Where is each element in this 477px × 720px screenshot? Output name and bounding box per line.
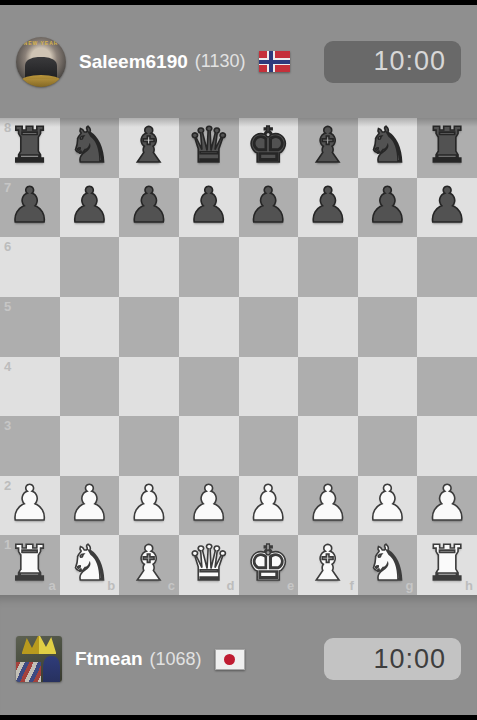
bottom-player-rating: (1068) bbox=[150, 649, 202, 670]
square-g7[interactable]: ♟ bbox=[358, 178, 418, 238]
square-f5[interactable] bbox=[298, 297, 358, 357]
square-f7[interactable]: ♟ bbox=[298, 178, 358, 238]
black-queen-d8: ♛ bbox=[187, 121, 231, 170]
square-a7[interactable]: 7♟ bbox=[0, 178, 60, 238]
square-h2[interactable]: ♟ bbox=[417, 476, 477, 536]
square-h6[interactable] bbox=[417, 237, 477, 297]
square-e2[interactable]: ♟ bbox=[239, 476, 299, 536]
square-g5[interactable] bbox=[358, 297, 418, 357]
square-e6[interactable] bbox=[239, 237, 299, 297]
square-a2[interactable]: 2♟ bbox=[0, 476, 60, 536]
square-c3[interactable] bbox=[119, 416, 179, 476]
white-queen-d1: ♛ bbox=[187, 539, 231, 588]
black-knight-g8: ♞ bbox=[366, 121, 410, 170]
square-b7[interactable]: ♟ bbox=[60, 178, 120, 238]
square-b6[interactable] bbox=[60, 237, 120, 297]
square-f8[interactable]: ♝ bbox=[298, 118, 358, 178]
norway-flag-icon bbox=[259, 51, 290, 72]
letterbox-bottom-bar bbox=[0, 715, 477, 720]
square-h4[interactable] bbox=[417, 357, 477, 417]
square-d7[interactable]: ♟ bbox=[179, 178, 239, 238]
square-b3[interactable] bbox=[60, 416, 120, 476]
black-pawn-f7: ♟ bbox=[306, 181, 350, 230]
bottom-player-name: Ftmean bbox=[75, 648, 143, 670]
square-h7[interactable]: ♟ bbox=[417, 178, 477, 238]
square-e1[interactable]: e♚ bbox=[239, 535, 299, 595]
square-c4[interactable] bbox=[119, 357, 179, 417]
top-player-name: Saleem6190 bbox=[79, 51, 188, 73]
square-d2[interactable]: ♟ bbox=[179, 476, 239, 536]
white-king-e1: ♚ bbox=[246, 539, 290, 588]
square-h8[interactable]: ♜ bbox=[417, 118, 477, 178]
letterbox-top-bar bbox=[0, 0, 477, 5]
square-c1[interactable]: c♝ bbox=[119, 535, 179, 595]
square-b1[interactable]: b♞ bbox=[60, 535, 120, 595]
white-rook-a1: ♜ bbox=[8, 539, 52, 588]
black-knight-b8: ♞ bbox=[67, 121, 111, 170]
top-player-clock: 10:00 bbox=[324, 41, 461, 83]
black-pawn-h7: ♟ bbox=[425, 181, 469, 230]
avatar-gold-decoration bbox=[21, 75, 61, 87]
chess-board: 8♜♞♝♛♚♝♞♜7♟♟♟♟♟♟♟♟65432♟♟♟♟♟♟♟♟1a♜b♞c♝d♛… bbox=[0, 118, 477, 595]
square-e8[interactable]: ♚ bbox=[239, 118, 299, 178]
square-d3[interactable] bbox=[179, 416, 239, 476]
black-rook-a8: ♜ bbox=[8, 121, 52, 170]
bottom-player-bar: Ftmean (1068) 10:00 bbox=[0, 595, 477, 715]
square-c7[interactable]: ♟ bbox=[119, 178, 179, 238]
black-king-e8: ♚ bbox=[246, 121, 290, 170]
black-pawn-d7: ♟ bbox=[187, 181, 231, 230]
white-bishop-c1: ♝ bbox=[127, 539, 171, 588]
bottom-player-avatar[interactable] bbox=[16, 636, 62, 682]
black-pawn-b7: ♟ bbox=[67, 181, 111, 230]
avatar-stripes-decoration bbox=[16, 662, 41, 682]
square-d4[interactable] bbox=[179, 357, 239, 417]
square-a5[interactable]: 5 bbox=[0, 297, 60, 357]
black-bishop-c8: ♝ bbox=[127, 121, 171, 170]
bottom-clock-time: 10:00 bbox=[373, 644, 446, 675]
square-g6[interactable] bbox=[358, 237, 418, 297]
square-a4[interactable]: 4 bbox=[0, 357, 60, 417]
square-g2[interactable]: ♟ bbox=[358, 476, 418, 536]
square-f6[interactable] bbox=[298, 237, 358, 297]
avatar-arm-decoration bbox=[43, 656, 60, 682]
square-d1[interactable]: d♛ bbox=[179, 535, 239, 595]
square-b8[interactable]: ♞ bbox=[60, 118, 120, 178]
avatar-hair-decoration bbox=[22, 636, 57, 654]
white-pawn-e2: ♟ bbox=[246, 479, 290, 528]
square-a8[interactable]: 8♜ bbox=[0, 118, 60, 178]
square-h3[interactable] bbox=[417, 416, 477, 476]
file-label-f: f bbox=[349, 579, 353, 592]
square-d6[interactable] bbox=[179, 237, 239, 297]
avatar-caption: NEW YEAR bbox=[16, 40, 66, 46]
black-bishop-f8: ♝ bbox=[306, 121, 350, 170]
white-knight-b1: ♞ bbox=[67, 539, 111, 588]
square-g1[interactable]: g♞ bbox=[358, 535, 418, 595]
black-pawn-e7: ♟ bbox=[246, 181, 290, 230]
square-a6[interactable]: 6 bbox=[0, 237, 60, 297]
japan-flag-icon bbox=[215, 649, 245, 670]
top-player-rating: (1130) bbox=[195, 51, 246, 72]
square-e7[interactable]: ♟ bbox=[239, 178, 299, 238]
rank-label-6: 6 bbox=[4, 240, 11, 253]
rank-label-4: 4 bbox=[4, 360, 11, 373]
white-rook-h1: ♜ bbox=[425, 539, 469, 588]
square-b4[interactable] bbox=[60, 357, 120, 417]
bottom-player-clock: 10:00 bbox=[324, 638, 461, 680]
white-pawn-h2: ♟ bbox=[425, 479, 469, 528]
square-a3[interactable]: 3 bbox=[0, 416, 60, 476]
white-pawn-g2: ♟ bbox=[366, 479, 410, 528]
white-pawn-d2: ♟ bbox=[187, 479, 231, 528]
square-e4[interactable] bbox=[239, 357, 299, 417]
black-rook-h8: ♜ bbox=[425, 121, 469, 170]
square-g4[interactable] bbox=[358, 357, 418, 417]
top-player-bar: NEW YEAR Saleem6190 (1130) 10:00 bbox=[0, 5, 477, 118]
square-e3[interactable] bbox=[239, 416, 299, 476]
white-pawn-b2: ♟ bbox=[67, 479, 111, 528]
top-player-avatar[interactable]: NEW YEAR bbox=[16, 37, 66, 87]
square-f3[interactable] bbox=[298, 416, 358, 476]
square-b5[interactable] bbox=[60, 297, 120, 357]
rank-label-5: 5 bbox=[4, 300, 11, 313]
black-pawn-c7: ♟ bbox=[127, 181, 171, 230]
square-g3[interactable] bbox=[358, 416, 418, 476]
square-d8[interactable]: ♛ bbox=[179, 118, 239, 178]
black-pawn-a7: ♟ bbox=[8, 181, 52, 230]
square-h1[interactable]: h♜ bbox=[417, 535, 477, 595]
square-d5[interactable] bbox=[179, 297, 239, 357]
square-c5[interactable] bbox=[119, 297, 179, 357]
square-f2[interactable]: ♟ bbox=[298, 476, 358, 536]
square-b2[interactable]: ♟ bbox=[60, 476, 120, 536]
square-c8[interactable]: ♝ bbox=[119, 118, 179, 178]
app-screen: NEW YEAR Saleem6190 (1130) 10:00 8♜♞♝♛♚♝… bbox=[0, 0, 477, 720]
square-a1[interactable]: 1a♜ bbox=[0, 535, 60, 595]
square-c2[interactable]: ♟ bbox=[119, 476, 179, 536]
square-c6[interactable] bbox=[119, 237, 179, 297]
white-pawn-a2: ♟ bbox=[8, 479, 52, 528]
square-h5[interactable] bbox=[417, 297, 477, 357]
white-knight-g1: ♞ bbox=[366, 539, 410, 588]
top-clock-time: 10:00 bbox=[373, 46, 446, 77]
white-pawn-f2: ♟ bbox=[306, 479, 350, 528]
white-pawn-c2: ♟ bbox=[127, 479, 171, 528]
rank-label-3: 3 bbox=[4, 419, 11, 432]
square-e5[interactable] bbox=[239, 297, 299, 357]
square-f1[interactable]: f♝ bbox=[298, 535, 358, 595]
square-g8[interactable]: ♞ bbox=[358, 118, 418, 178]
square-f4[interactable] bbox=[298, 357, 358, 417]
black-pawn-g7: ♟ bbox=[366, 181, 410, 230]
white-bishop-f1: ♝ bbox=[306, 539, 350, 588]
